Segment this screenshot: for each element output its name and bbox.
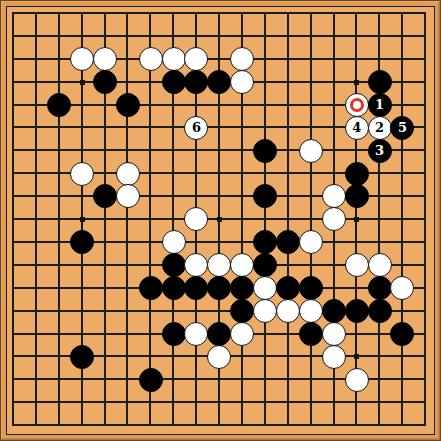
black-stone bbox=[162, 276, 186, 300]
white-stone bbox=[162, 230, 186, 254]
black-stone bbox=[162, 253, 186, 277]
black-stone bbox=[162, 70, 186, 94]
white-stone: 2 bbox=[368, 116, 392, 140]
white-stone: 4 bbox=[345, 116, 369, 140]
black-stone bbox=[368, 276, 392, 300]
black-stone bbox=[207, 70, 231, 94]
move-number-1: 1 bbox=[375, 98, 384, 111]
white-stone bbox=[116, 162, 140, 186]
move-number-2: 2 bbox=[375, 121, 384, 134]
white-stone bbox=[230, 322, 254, 346]
marked-white-stone bbox=[345, 93, 369, 117]
white-stone bbox=[207, 345, 231, 369]
white-stone bbox=[230, 253, 254, 277]
black-stone bbox=[139, 368, 163, 392]
white-stone bbox=[230, 47, 254, 71]
black-stone bbox=[70, 345, 94, 369]
black-stone bbox=[322, 299, 346, 323]
black-stone bbox=[345, 162, 369, 186]
black-stone bbox=[162, 322, 186, 346]
white-stone bbox=[299, 139, 323, 163]
white-stone bbox=[322, 322, 346, 346]
black-stone bbox=[230, 276, 254, 300]
move-number-5: 5 bbox=[398, 121, 407, 134]
black-stone bbox=[253, 139, 277, 163]
move-number-6: 6 bbox=[192, 121, 201, 134]
red-circle-marker bbox=[350, 98, 364, 112]
black-stone: 5 bbox=[390, 116, 414, 140]
black-stone bbox=[116, 93, 140, 117]
white-stone bbox=[184, 253, 208, 277]
white-stone bbox=[184, 207, 208, 231]
white-stone bbox=[322, 345, 346, 369]
black-stone bbox=[253, 253, 277, 277]
black-stone bbox=[368, 70, 392, 94]
black-stone bbox=[390, 322, 414, 346]
white-stone bbox=[368, 253, 392, 277]
black-stone bbox=[207, 276, 231, 300]
black-stone bbox=[276, 230, 300, 254]
stones-layer: 164253 bbox=[2, 2, 437, 437]
black-stone bbox=[70, 230, 94, 254]
white-stone bbox=[116, 184, 140, 208]
white-stone bbox=[299, 299, 323, 323]
black-stone bbox=[253, 230, 277, 254]
white-stone bbox=[184, 47, 208, 71]
black-stone bbox=[299, 276, 323, 300]
white-stone bbox=[162, 47, 186, 71]
black-stone bbox=[139, 276, 163, 300]
white-stone bbox=[345, 253, 369, 277]
black-stone bbox=[184, 70, 208, 94]
black-stone bbox=[184, 276, 208, 300]
black-stone bbox=[47, 93, 71, 117]
white-stone bbox=[253, 299, 277, 323]
white-stone bbox=[139, 47, 163, 71]
black-stone bbox=[299, 322, 323, 346]
white-stone bbox=[207, 253, 231, 277]
black-stone: 1 bbox=[368, 93, 392, 117]
white-stone: 6 bbox=[184, 116, 208, 140]
black-stone bbox=[368, 299, 392, 323]
black-stone bbox=[253, 184, 277, 208]
white-stone bbox=[299, 230, 323, 254]
black-stone bbox=[276, 276, 300, 300]
white-stone bbox=[390, 276, 414, 300]
white-stone bbox=[276, 299, 300, 323]
go-diagram: 164253 bbox=[0, 0, 441, 441]
white-stone bbox=[253, 276, 277, 300]
white-stone bbox=[93, 47, 117, 71]
move-number-3: 3 bbox=[375, 144, 384, 157]
black-stone bbox=[93, 184, 117, 208]
white-stone bbox=[322, 207, 346, 231]
black-stone bbox=[93, 70, 117, 94]
black-stone: 3 bbox=[368, 139, 392, 163]
move-number-4: 4 bbox=[352, 121, 361, 134]
white-stone bbox=[230, 70, 254, 94]
black-stone bbox=[230, 299, 254, 323]
black-stone bbox=[345, 299, 369, 323]
white-stone bbox=[345, 368, 369, 392]
black-stone bbox=[345, 184, 369, 208]
black-stone bbox=[207, 322, 231, 346]
white-stone bbox=[184, 322, 208, 346]
white-stone bbox=[70, 162, 94, 186]
white-stone bbox=[70, 47, 94, 71]
white-stone bbox=[322, 184, 346, 208]
